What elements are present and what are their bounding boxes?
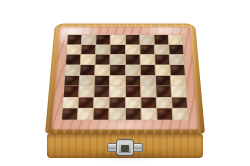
board-square[interactable]: [79, 97, 94, 108]
board-square[interactable]: [95, 76, 109, 86]
board-square[interactable]: [111, 45, 125, 54]
board-square[interactable]: [125, 55, 139, 65]
board-square[interactable]: [66, 55, 80, 65]
board-square[interactable]: [154, 35, 168, 44]
board-square[interactable]: [80, 76, 95, 86]
latch-slot: [121, 145, 129, 152]
board-square[interactable]: [170, 55, 184, 65]
board-square[interactable]: [80, 65, 94, 75]
board-square[interactable]: [96, 55, 110, 65]
board-square[interactable]: [95, 86, 110, 96]
board-square[interactable]: [110, 76, 124, 86]
board-square[interactable]: [155, 65, 169, 75]
board-square[interactable]: [169, 45, 183, 54]
board-square[interactable]: [156, 86, 171, 96]
board-square[interactable]: [125, 97, 140, 108]
board-square[interactable]: [141, 109, 156, 120]
board-square[interactable]: [156, 97, 171, 108]
board-square[interactable]: [172, 97, 187, 108]
board-square[interactable]: [63, 97, 78, 108]
marble-border: [51, 27, 198, 130]
board-square[interactable]: [79, 86, 94, 96]
board-square[interactable]: [111, 35, 125, 44]
board-square[interactable]: [157, 109, 172, 120]
board-square[interactable]: [155, 55, 169, 65]
board-square[interactable]: [65, 65, 80, 75]
board-square[interactable]: [110, 86, 125, 96]
board-square[interactable]: [111, 55, 125, 65]
board-square[interactable]: [141, 97, 156, 108]
board-square[interactable]: [125, 109, 140, 120]
board-square[interactable]: [125, 86, 140, 96]
chess-box: [45, 16, 205, 158]
product-photo: [0, 0, 250, 166]
board-square[interactable]: [141, 76, 155, 86]
board-square[interactable]: [155, 45, 169, 54]
drop-shadow: [53, 154, 197, 163]
board-square[interactable]: [94, 109, 109, 120]
board-square[interactable]: [141, 86, 156, 96]
board-square[interactable]: [64, 76, 79, 86]
board-square[interactable]: [156, 76, 171, 86]
board-square[interactable]: [81, 55, 95, 65]
latch: [107, 139, 143, 155]
box-lid: [45, 24, 205, 134]
board-square[interactable]: [67, 35, 81, 44]
wood-frame: [45, 24, 205, 134]
board-square[interactable]: [110, 65, 124, 75]
board-square[interactable]: [140, 35, 154, 44]
chess-board: [61, 34, 189, 120]
board-square[interactable]: [110, 97, 125, 108]
board-square[interactable]: [94, 97, 109, 108]
board-square[interactable]: [125, 35, 139, 44]
board-square[interactable]: [171, 86, 186, 96]
board-square[interactable]: [78, 109, 93, 120]
board-square[interactable]: [140, 55, 154, 65]
board-square[interactable]: [62, 109, 77, 120]
board-square[interactable]: [125, 76, 139, 86]
board-square[interactable]: [110, 109, 125, 120]
board-square[interactable]: [171, 76, 186, 86]
board-square[interactable]: [125, 45, 139, 54]
board-square[interactable]: [140, 45, 154, 54]
board-square[interactable]: [96, 35, 110, 44]
board-square[interactable]: [82, 35, 96, 44]
board-square[interactable]: [64, 86, 79, 96]
board-square[interactable]: [170, 65, 185, 75]
board-square[interactable]: [67, 45, 81, 54]
board-square[interactable]: [95, 65, 109, 75]
board-square[interactable]: [173, 109, 188, 120]
board-square[interactable]: [140, 65, 154, 75]
board-square[interactable]: [125, 65, 139, 75]
board-square[interactable]: [169, 35, 183, 44]
board-square[interactable]: [96, 45, 110, 54]
board-square[interactable]: [81, 45, 95, 54]
